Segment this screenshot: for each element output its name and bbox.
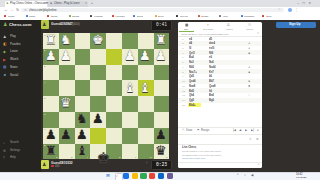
square-a4[interactable] xyxy=(154,80,170,96)
chat-line: Good luck & have fun! xyxy=(182,157,205,159)
white-move[interactable]: Qxd4 xyxy=(189,80,196,83)
white-move[interactable]: Nxa8 xyxy=(189,85,195,88)
nav-3-icon[interactable]: ▶| xyxy=(251,129,254,132)
bottom-clock-time: 0:23 xyxy=(156,162,167,167)
tray-volume-icon[interactable]: ◀ xyxy=(251,174,253,177)
white-p-piece: ♟ xyxy=(124,50,136,63)
divider xyxy=(178,144,262,145)
captured-piece-icon: ♜ xyxy=(248,85,250,88)
panel-tab-new-game[interactable]: New Game xyxy=(203,28,214,30)
taskbar-date[interactable]: 6/14/2025 xyxy=(296,176,306,178)
square-d3[interactable] xyxy=(106,65,122,81)
square-d4[interactable] xyxy=(106,80,122,96)
tray-chevron-icon[interactable]: ^ xyxy=(237,174,238,177)
nav-1-icon[interactable]: ◀ xyxy=(239,129,241,132)
learn-icon: ◆ xyxy=(3,50,6,54)
chat-line: Guest5810332 (400) joined the game xyxy=(182,154,221,156)
divider xyxy=(178,127,262,128)
chat-title: Live Chess xyxy=(182,146,196,149)
square-e4[interactable] xyxy=(90,80,106,96)
start-button-icon[interactable]: ⊞ xyxy=(106,173,110,178)
sidebar-item-watch[interactable]: Watch xyxy=(10,58,18,61)
square-g4[interactable] xyxy=(59,80,75,96)
white-k-piece: ♚ xyxy=(92,34,104,47)
white-move[interactable]: Nxc7+ xyxy=(189,71,197,74)
rank-label: 6 xyxy=(44,113,45,115)
captured-piece-icon: ♙ xyxy=(248,66,250,69)
white-move[interactable]: Bb4+ xyxy=(189,104,195,107)
taskbar-app-icon[interactable] xyxy=(140,173,146,179)
nav-2-icon[interactable]: ▶ xyxy=(245,129,247,132)
captured-piece-icon: ♟ xyxy=(248,52,250,55)
bookmark-item[interactable]: Docs xyxy=(137,15,143,18)
black-q-piece: ♛ xyxy=(155,145,167,158)
taskbar-app-icon[interactable] xyxy=(149,173,155,179)
tab-close-icon[interactable]: ✕ xyxy=(43,2,45,5)
top-player-name[interactable]: Guest4392847 xyxy=(51,22,73,25)
bookmark-item[interactable]: News xyxy=(51,15,57,18)
file-label: c xyxy=(135,156,136,158)
square-a3[interactable] xyxy=(154,65,170,81)
refresh-icon[interactable]: ↻ xyxy=(257,32,259,35)
search-icon: ⌕ xyxy=(3,141,5,144)
bookmark-item[interactable]: Gmail xyxy=(8,15,15,18)
captured-piece-icon: ♟ xyxy=(248,71,250,74)
resign-flag-icon: ⚑ xyxy=(197,129,200,132)
panel-tab-new-game-icon: ＋ xyxy=(206,23,210,27)
sidebar-item-settings[interactable]: Settings xyxy=(10,149,20,152)
move-number: 10. xyxy=(182,80,185,83)
square-b3[interactable] xyxy=(138,65,154,81)
bookmark-item[interactable]: Chess xyxy=(72,15,79,18)
white-move[interactable]: f3 xyxy=(189,47,191,50)
white-n-piece: ♞ xyxy=(60,34,72,47)
settings-gear-icon[interactable]: ⚙ xyxy=(256,138,259,141)
square-e5[interactable] xyxy=(90,96,106,112)
bottom-player-rating: 400 xyxy=(55,165,60,168)
bottom-player-name[interactable]: Guest5810332 xyxy=(51,161,73,164)
square-a6[interactable] xyxy=(154,112,170,128)
share-icon[interactable]: ↗ xyxy=(249,138,252,141)
white-move[interactable]: Bd2 xyxy=(189,90,194,93)
black-move[interactable]: exf3 xyxy=(209,47,214,50)
sidebar-item-social[interactable]: Social xyxy=(10,74,18,77)
square-d7[interactable] xyxy=(106,128,122,144)
rank-label: 5 xyxy=(44,97,45,99)
black-move[interactable]: Bb7 xyxy=(209,80,214,83)
black-move[interactable]: Nf6 xyxy=(209,52,213,55)
dragged-black-king-piece[interactable]: ♚ xyxy=(97,151,110,166)
square-f5[interactable] xyxy=(75,96,91,112)
chat-emoji-icon[interactable]: ☺ xyxy=(257,163,260,166)
square-a5[interactable] xyxy=(154,96,170,112)
white-p-piece: ♟ xyxy=(155,50,167,63)
bookmark-item[interactable]: Reddit xyxy=(201,15,208,18)
logo-pawn-icon: ♟ xyxy=(3,22,7,27)
black-move[interactable]: Nc6 xyxy=(209,61,214,64)
forward-icon[interactable]: → xyxy=(10,8,14,12)
black-n-piece: ♞ xyxy=(76,113,88,126)
tab2-close-icon[interactable]: ✕ xyxy=(85,2,87,5)
black-p-piece: ♟ xyxy=(45,129,57,142)
panel-tab-play-icon: ▦ xyxy=(185,23,188,27)
move-number: 12. xyxy=(182,90,185,93)
sidebar-item-puzzles[interactable]: Puzzles xyxy=(10,43,21,46)
sidebar-item-learn[interactable]: Learn xyxy=(10,50,18,53)
square-f4[interactable] xyxy=(75,80,91,96)
taskbar-app-icon[interactable] xyxy=(158,173,164,179)
black-r-piece: ♜ xyxy=(45,145,57,158)
draw-button[interactable]: Draw xyxy=(186,129,192,132)
screen: ♟ Play Chess Online - Chess.com ✕ ♞ Ches… xyxy=(0,0,320,180)
move-number: 3. xyxy=(182,47,184,50)
black-p-piece: ♟ xyxy=(60,129,72,142)
taskbar-search-icon: ⌕ xyxy=(116,174,118,177)
panel-tab-players[interactable]: Players xyxy=(246,28,253,30)
play-icon: ♟ xyxy=(3,35,6,39)
tab-favicon-icon: ♟ xyxy=(6,2,9,5)
white-r-piece: ♜ xyxy=(45,34,57,47)
divider xyxy=(178,162,262,163)
nav-4-icon[interactable]: ≡ xyxy=(257,129,259,132)
back-icon[interactable]: ← xyxy=(4,8,8,12)
move-number: 6. xyxy=(182,61,184,64)
game-info-line: Guest4392847 (400) vs Guest5810332 (400) xyxy=(181,33,229,35)
move-number: 1. xyxy=(182,38,184,41)
window-controls[interactable]: ─ ▢ ✕ xyxy=(297,2,312,5)
bottom-avatar-pawn-icon: ♟ xyxy=(42,162,46,167)
move-number: 11. xyxy=(182,85,185,88)
white-p-piece: ♟ xyxy=(45,50,57,63)
watch-icon: ▶ xyxy=(3,58,6,62)
captured-piece-icon: ♙ xyxy=(248,47,250,50)
square-d1[interactable] xyxy=(106,33,122,49)
puzzles-icon: ◧ xyxy=(3,42,6,46)
nav-0-icon[interactable]: |◀ xyxy=(233,129,236,132)
white-move[interactable]: Nc3 xyxy=(189,61,194,64)
black-move[interactable]: Ke7 xyxy=(209,71,214,74)
divider xyxy=(178,36,262,37)
move-number: 8. xyxy=(182,71,184,74)
social-icon: ☻ xyxy=(3,73,7,77)
rank-label: 4 xyxy=(44,81,45,83)
square-d5[interactable] xyxy=(106,96,122,112)
square-b5[interactable] xyxy=(138,96,154,112)
divider xyxy=(178,134,262,135)
white-p-piece: ♟ xyxy=(139,50,151,63)
taskbar-app-icon[interactable] xyxy=(167,173,173,179)
tab2-favicon-icon: ♞ xyxy=(50,2,52,4)
captured-piece-icon: ♞ xyxy=(248,80,250,83)
new-tab-button[interactable]: + xyxy=(91,1,93,5)
move-number: 7. xyxy=(182,66,184,69)
browser-menu-icon[interactable]: ⋮ xyxy=(295,8,298,11)
black-p-piece: ♟ xyxy=(76,129,88,142)
address-bar[interactable] xyxy=(21,8,284,13)
white-b-piece: ♝ xyxy=(124,82,136,95)
white-move[interactable]: Qxf3 xyxy=(189,52,195,55)
sign-up-label: Sign Up xyxy=(289,23,300,26)
captured-piece-icon: ♙ xyxy=(248,42,250,45)
file-label: d xyxy=(119,156,120,158)
panel-tab-play[interactable]: Play xyxy=(184,28,188,30)
square-f3[interactable] xyxy=(75,65,91,81)
square-c3[interactable] xyxy=(122,65,138,81)
taskbar-app-icon[interactable] xyxy=(132,173,138,179)
url-text[interactable]: chess.com/play/online xyxy=(29,9,57,12)
sidebar-item-play[interactable]: Play xyxy=(10,35,16,38)
white-move[interactable]: d4 xyxy=(189,42,192,45)
square-c1[interactable] xyxy=(122,33,138,49)
square-c6[interactable] xyxy=(122,112,138,128)
square-b6[interactable] xyxy=(138,112,154,128)
square-c7[interactable] xyxy=(122,128,138,144)
rank-label: 3 xyxy=(44,65,45,67)
square-b7[interactable] xyxy=(138,128,154,144)
bookmark-item[interactable]: YouTube xyxy=(115,15,125,18)
move-number: 2. xyxy=(182,42,184,45)
bookmark-star-icon[interactable]: ☆ xyxy=(278,8,281,11)
black-p-piece: ♟ xyxy=(92,113,104,126)
square-f2[interactable] xyxy=(75,49,91,65)
black-move[interactable]: Bg6 xyxy=(209,99,214,102)
top-clock-time: 0:41 xyxy=(156,22,167,27)
white-p-piece: ♟ xyxy=(60,50,72,63)
sidebar-item-help[interactable]: Help xyxy=(10,156,16,159)
move-number: 15. xyxy=(182,104,185,107)
square-b1[interactable] xyxy=(138,33,154,49)
taskbar-app-icon[interactable] xyxy=(123,173,129,179)
tray-network-icon[interactable]: ≈ xyxy=(244,174,246,177)
square-e2[interactable] xyxy=(90,49,106,65)
bookmark-item[interactable]: Lichess xyxy=(94,15,102,18)
square-g3[interactable] xyxy=(59,65,75,81)
top-avatar-pawn-icon: ♟ xyxy=(42,22,46,27)
white-move[interactable]: e4 xyxy=(189,38,192,41)
settings-icon: ⚙ xyxy=(3,149,6,152)
square-e7[interactable] xyxy=(90,128,106,144)
lock-icon: ⓘ xyxy=(24,9,27,12)
sidebar-item-news[interactable]: News xyxy=(10,66,18,69)
white-move[interactable]: Nb5 xyxy=(189,66,194,69)
news-icon: ▤ xyxy=(3,65,6,69)
square-f1[interactable] xyxy=(75,33,91,49)
resign-button[interactable]: Resign xyxy=(201,129,209,132)
white-move[interactable]: Qh4 xyxy=(189,94,194,97)
panel-tab-players-icon: ⚇ xyxy=(248,23,251,27)
white-q-piece: ♛ xyxy=(60,97,72,110)
black-p-piece: ♟ xyxy=(155,129,167,142)
draw-half-icon: ½ xyxy=(182,129,185,132)
square-e3[interactable] xyxy=(90,65,106,81)
black-move[interactable]: h6 xyxy=(209,90,212,93)
black-move[interactable]: d5 xyxy=(209,38,212,41)
captured-piece-icon: ♘ xyxy=(248,94,250,97)
tab2-title: Chess - Play & Learn xyxy=(54,2,80,5)
site-logo[interactable]: Chess.com xyxy=(9,23,31,27)
bookmark-item[interactable]: Drive xyxy=(158,15,164,18)
top-player-rating: (400) xyxy=(72,22,79,25)
black-move[interactable]: Be4 xyxy=(209,94,214,97)
move-number: 14. xyxy=(182,99,185,102)
black-move[interactable]: dxe4 xyxy=(209,42,215,45)
white-b-piece: ♝ xyxy=(139,82,151,95)
help-icon: ? xyxy=(3,156,5,159)
bookmark-item[interactable]: Maps xyxy=(29,15,35,18)
square-c5[interactable] xyxy=(122,96,138,112)
sidebar-item-search[interactable]: Search xyxy=(10,141,19,144)
panel-tab-games[interactable]: Games xyxy=(226,28,233,30)
clock-prev-icon[interactable]: « xyxy=(146,162,148,165)
bookmark-item[interactable]: GitHub xyxy=(180,15,188,18)
black-move[interactable]: Qxa8 xyxy=(209,85,215,88)
panel-tab-games-icon: ≣ xyxy=(227,23,230,27)
white-r-piece: ♜ xyxy=(155,34,167,47)
black-move[interactable]: Nxd4 xyxy=(209,66,215,69)
white-move[interactable]: Qg5 xyxy=(189,99,194,102)
square-d2[interactable] xyxy=(106,49,122,65)
bookmark-item[interactable]: Translate xyxy=(244,15,254,18)
square-g6[interactable] xyxy=(59,112,75,128)
active-tab-underline xyxy=(179,31,194,32)
bookmark-item[interactable]: More xyxy=(266,15,272,18)
bottom-player-flag-icon xyxy=(51,165,54,167)
square-d6[interactable] xyxy=(106,112,122,128)
reload-icon[interactable]: ↻ xyxy=(16,8,19,12)
bookmark-item[interactable]: Wiki xyxy=(223,15,228,18)
black-b-piece: ♝ xyxy=(76,145,88,158)
move-number: 4. xyxy=(182,52,184,55)
